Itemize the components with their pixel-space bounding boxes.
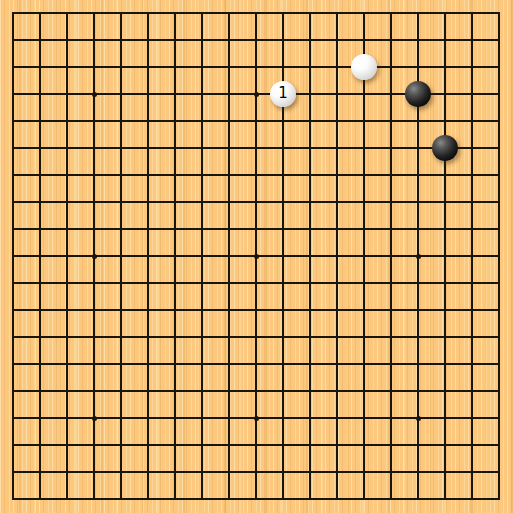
go-board[interactable]: 1 [0,0,513,513]
hoshi-point [416,416,421,421]
hoshi-point [254,92,259,97]
stone-white-O17 [351,54,377,80]
hoshi-point [92,416,97,421]
stone-black-Q16 [405,81,431,107]
stone-black-R14 [432,135,458,161]
stone-white-L16: 1 [270,81,296,107]
hoshi-point [92,254,97,259]
hoshi-point [92,92,97,97]
hoshi-point [254,416,259,421]
move-number-label: 1 [270,81,296,107]
stones-layer: 1 [0,0,513,513]
hoshi-point [416,254,421,259]
hoshi-point [254,254,259,259]
